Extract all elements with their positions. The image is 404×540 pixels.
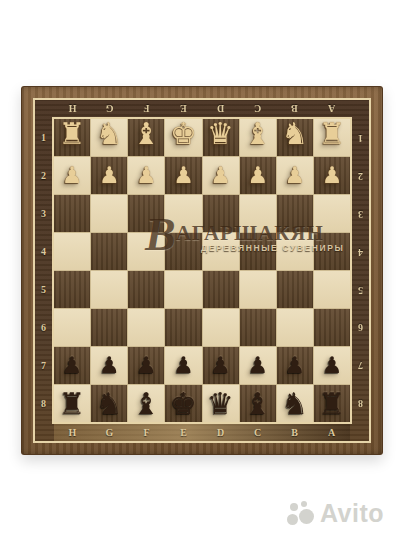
square-h4 <box>54 233 90 270</box>
white-king: ♚ <box>170 119 197 149</box>
square-c8: ♝ <box>240 385 276 422</box>
file-label-bottom-g: G <box>91 424 128 441</box>
white-knight: ♞ <box>96 119 123 149</box>
black-knight: ♞ <box>281 389 308 419</box>
square-f3 <box>128 195 164 232</box>
square-h1: ♜ <box>54 119 90 156</box>
black-rook: ♜ <box>318 389 345 419</box>
white-pawn: ♟ <box>247 164 268 187</box>
white-queen: ♛ <box>207 119 234 149</box>
square-d1: ♛ <box>203 119 239 156</box>
black-queen: ♛ <box>207 389 234 419</box>
file-labels-top: HGFEDCBA <box>54 100 350 117</box>
white-rook: ♜ <box>318 119 345 149</box>
square-b1: ♞ <box>277 119 313 156</box>
square-g6 <box>91 309 127 346</box>
white-pawn: ♟ <box>173 164 194 187</box>
file-label-top-h: H <box>54 100 91 117</box>
square-c3 <box>240 195 276 232</box>
square-h5 <box>54 271 90 308</box>
square-h8: ♜ <box>54 385 90 422</box>
white-pawn: ♟ <box>62 164 83 187</box>
playing-area-border: ♜♞♝♚♛♝♞♜♟♟♟♟♟♟♟♟♟♟♟♟♟♟♟♟♜♞♝♚♛♝♞♜ <box>52 117 352 424</box>
file-label-top-d: D <box>202 100 239 117</box>
black-bishop: ♝ <box>133 389 160 419</box>
black-pawn: ♟ <box>210 354 231 377</box>
square-d8: ♛ <box>203 385 239 422</box>
square-h2: ♟ <box>54 157 90 194</box>
file-label-top-a: A <box>313 100 350 117</box>
file-label-top-c: C <box>239 100 276 117</box>
rank-label-left-8: 8 <box>35 384 52 422</box>
rank-label-right-8: 8 <box>352 384 369 422</box>
square-c1: ♝ <box>240 119 276 156</box>
file-label-top-g: G <box>91 100 128 117</box>
file-label-bottom-h: H <box>54 424 91 441</box>
square-d6 <box>203 309 239 346</box>
black-knight: ♞ <box>96 389 123 419</box>
rank-label-right-3: 3 <box>352 195 369 233</box>
square-d5 <box>203 271 239 308</box>
square-b4 <box>277 233 313 270</box>
board-frame: HGFEDCBA HGFEDCBA 12345678 12345678 ♜♞♝♚… <box>21 86 383 455</box>
square-e5 <box>165 271 201 308</box>
white-pawn: ♟ <box>136 164 157 187</box>
black-rook: ♜ <box>59 389 86 419</box>
avito-watermark-label: Avito <box>320 499 384 528</box>
square-c4 <box>240 233 276 270</box>
square-a5 <box>314 271 350 308</box>
square-e8: ♚ <box>165 385 201 422</box>
square-a8: ♜ <box>314 385 350 422</box>
square-d4 <box>203 233 239 270</box>
square-g4 <box>91 233 127 270</box>
square-f1: ♝ <box>128 119 164 156</box>
black-pawn: ♟ <box>62 354 83 377</box>
square-e6 <box>165 309 201 346</box>
white-knight: ♞ <box>281 119 308 149</box>
square-a6 <box>314 309 350 346</box>
avito-watermark: Avito <box>287 499 384 528</box>
rank-label-right-4: 4 <box>352 233 369 271</box>
file-label-bottom-c: C <box>239 424 276 441</box>
rank-label-left-4: 4 <box>35 233 52 271</box>
square-f8: ♝ <box>128 385 164 422</box>
white-pawn: ♟ <box>210 164 231 187</box>
product-photo: HGFEDCBA HGFEDCBA 12345678 12345678 ♜♞♝♚… <box>0 0 404 540</box>
black-pawn: ♟ <box>136 354 157 377</box>
black-bishop: ♝ <box>244 389 271 419</box>
rank-label-left-6: 6 <box>35 308 52 346</box>
square-f4 <box>128 233 164 270</box>
square-a1: ♜ <box>314 119 350 156</box>
rank-label-right-5: 5 <box>352 271 369 309</box>
square-e1: ♚ <box>165 119 201 156</box>
square-c7: ♟ <box>240 347 276 384</box>
square-g3 <box>91 195 127 232</box>
square-b2: ♟ <box>277 157 313 194</box>
file-label-bottom-d: D <box>202 424 239 441</box>
square-a4 <box>314 233 350 270</box>
square-a3 <box>314 195 350 232</box>
square-d3 <box>203 195 239 232</box>
square-b8: ♞ <box>277 385 313 422</box>
square-b5 <box>277 271 313 308</box>
square-g1: ♞ <box>91 119 127 156</box>
square-b3 <box>277 195 313 232</box>
square-f7: ♟ <box>128 347 164 384</box>
rank-labels-right: 12345678 <box>352 119 369 422</box>
square-f5 <box>128 271 164 308</box>
black-pawn: ♟ <box>285 354 306 377</box>
square-f6 <box>128 309 164 346</box>
file-label-top-f: F <box>128 100 165 117</box>
square-g7: ♟ <box>91 347 127 384</box>
square-h7: ♟ <box>54 347 90 384</box>
square-f2: ♟ <box>128 157 164 194</box>
square-g2: ♟ <box>91 157 127 194</box>
chess-board: HGFEDCBA HGFEDCBA 12345678 12345678 ♜♞♝♚… <box>21 86 383 455</box>
rank-label-left-1: 1 <box>35 119 52 157</box>
rank-label-right-6: 6 <box>352 308 369 346</box>
white-bishop: ♝ <box>244 119 271 149</box>
file-label-bottom-a: A <box>313 424 350 441</box>
square-e4 <box>165 233 201 270</box>
white-rook: ♜ <box>59 119 86 149</box>
rank-label-left-5: 5 <box>35 271 52 309</box>
square-e3 <box>165 195 201 232</box>
file-label-bottom-e: E <box>165 424 202 441</box>
file-label-top-e: E <box>165 100 202 117</box>
rank-labels-left: 12345678 <box>35 119 52 422</box>
white-bishop: ♝ <box>133 119 160 149</box>
square-g8: ♞ <box>91 385 127 422</box>
square-e2: ♟ <box>165 157 201 194</box>
file-label-bottom-b: B <box>276 424 313 441</box>
square-d2: ♟ <box>203 157 239 194</box>
black-pawn: ♟ <box>173 354 194 377</box>
black-pawn: ♟ <box>322 354 343 377</box>
square-b6 <box>277 309 313 346</box>
black-pawn: ♟ <box>99 354 120 377</box>
square-c5 <box>240 271 276 308</box>
rank-label-right-1: 1 <box>352 119 369 157</box>
rank-label-right-7: 7 <box>352 346 369 384</box>
rank-label-left-7: 7 <box>35 346 52 384</box>
square-h6 <box>54 309 90 346</box>
black-king: ♚ <box>170 389 197 419</box>
file-labels-bottom: HGFEDCBA <box>54 424 350 441</box>
square-g5 <box>91 271 127 308</box>
square-d7: ♟ <box>203 347 239 384</box>
square-c6 <box>240 309 276 346</box>
board-grid: ♜♞♝♚♛♝♞♜♟♟♟♟♟♟♟♟♟♟♟♟♟♟♟♟♜♞♝♚♛♝♞♜ <box>54 119 350 422</box>
square-a7: ♟ <box>314 347 350 384</box>
white-pawn: ♟ <box>285 164 306 187</box>
square-b7: ♟ <box>277 347 313 384</box>
square-a2: ♟ <box>314 157 350 194</box>
file-label-top-b: B <box>276 100 313 117</box>
rank-label-right-2: 2 <box>352 157 369 195</box>
file-label-bottom-f: F <box>128 424 165 441</box>
rank-label-left-2: 2 <box>35 157 52 195</box>
square-c2: ♟ <box>240 157 276 194</box>
rank-label-left-3: 3 <box>35 195 52 233</box>
white-pawn: ♟ <box>99 164 120 187</box>
board-margin-band: HGFEDCBA HGFEDCBA 12345678 12345678 ♜♞♝♚… <box>33 98 371 443</box>
white-pawn: ♟ <box>322 164 343 187</box>
black-pawn: ♟ <box>247 354 268 377</box>
square-h3 <box>54 195 90 232</box>
avito-logo-icon <box>287 500 315 528</box>
square-e7: ♟ <box>165 347 201 384</box>
